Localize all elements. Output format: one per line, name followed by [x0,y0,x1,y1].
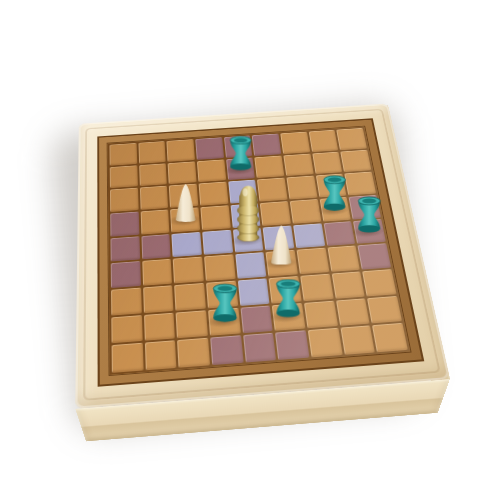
box-lid-wood-frame [75,104,450,409]
board-area [107,126,412,376]
game-box [75,104,450,409]
product-photo-scene [0,0,500,500]
printed-board-sheet [97,118,424,387]
pieces-layer [109,128,407,373]
